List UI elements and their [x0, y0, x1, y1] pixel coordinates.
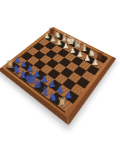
square[interactable]: ♜ — [58, 98, 73, 113]
piece-blue-R[interactable]: ♜ — [50, 97, 74, 109]
piece-cream-P[interactable]: ♟ — [86, 59, 105, 67]
chess-set-photo: ♜♞♝♚♛♝♞♜♟♟♟♟♟♟♟♟♟♟♟♟♟♟♟♟♜♞♝♚♛♝♞♜ — [0, 0, 120, 144]
wooden-board-frame: ♜♞♝♚♛♝♞♜♟♟♟♟♟♟♟♟♟♟♟♟♟♟♟♟♜♞♝♚♛♝♞♜ — [0, 27, 116, 126]
chess-board[interactable]: ♜♞♝♚♛♝♞♜♟♟♟♟♟♟♟♟♟♟♟♟♟♟♟♟♜♞♝♚♛♝♞♜ — [6, 30, 108, 113]
board-scene: ♜♞♝♚♛♝♞♜♟♟♟♟♟♟♟♟♟♟♟♟♟♟♟♟♜♞♝♚♛♝♞♜ — [17, 22, 101, 106]
